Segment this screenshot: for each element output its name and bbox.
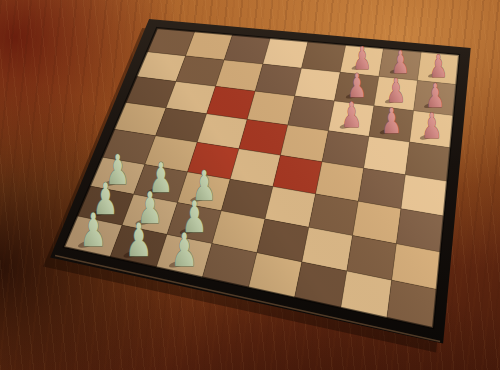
board-cell[interactable] bbox=[255, 64, 301, 96]
board-cell[interactable] bbox=[364, 136, 410, 174]
board-cell[interactable] bbox=[405, 142, 450, 181]
board-cell[interactable] bbox=[216, 60, 263, 91]
pink-pawn[interactable]: ♟ bbox=[341, 96, 362, 136]
board-cell[interactable] bbox=[247, 91, 295, 125]
board-scene: ♟♟♟♟♟♟♟♟♟♟♟♟♟♟♟♟♟♟ bbox=[0, 0, 500, 370]
board-cell[interactable] bbox=[295, 68, 340, 101]
board-cell[interactable] bbox=[263, 38, 308, 68]
board-cell[interactable] bbox=[288, 96, 335, 131]
pink-pawn[interactable]: ♟ bbox=[421, 107, 442, 147]
green-pawn[interactable]: ♟ bbox=[125, 213, 152, 266]
green-pawn[interactable]: ♟ bbox=[80, 203, 107, 256]
board-cell[interactable] bbox=[302, 42, 346, 73]
green-pawn[interactable]: ♟ bbox=[171, 223, 198, 276]
table-surface: ♟♟♟♟♟♟♟♟♟♟♟♟♟♟♟♟♟♟ bbox=[0, 0, 500, 370]
board-cell[interactable] bbox=[207, 86, 256, 119]
board-cell[interactable] bbox=[224, 35, 270, 64]
pink-pawn[interactable]: ♟ bbox=[381, 101, 402, 141]
